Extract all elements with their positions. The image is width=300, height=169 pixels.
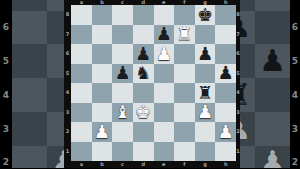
chess-board[interactable]: ♚♟♜♟♟♟♟♞♟♜♝♚♟♟♟ [71, 5, 236, 161]
square-a2 [12, 146, 47, 169]
square-c6[interactable] [112, 44, 133, 64]
square-a4[interactable] [71, 83, 92, 103]
rank-label-6: 6 [236, 44, 240, 64]
file-label-c: c [112, 161, 133, 168]
square-b7[interactable] [92, 25, 113, 45]
square-c4[interactable] [112, 83, 133, 103]
square-f6[interactable] [174, 44, 195, 64]
piece-white-king[interactable]: ♚ [135, 103, 151, 121]
file-labels-bottom: abcdefgh [71, 161, 236, 168]
square-a6 [12, 11, 47, 45]
piece-black-pawn[interactable]: ♟ [156, 25, 172, 43]
piece-white-bishop[interactable]: ♝ [114, 103, 130, 121]
piece-black-pawn[interactable]: ♟ [218, 64, 234, 82]
square-a3 [12, 112, 47, 146]
piece-black-pawn[interactable]: ♟ [197, 45, 213, 63]
rank-label-2: 2 [64, 122, 71, 142]
square-g6[interactable]: ♟ [195, 44, 216, 64]
bg-rank-label-6: 6 [290, 11, 300, 45]
square-d7[interactable] [133, 25, 154, 45]
background-rank-labels-left: 87654321 [0, 0, 12, 168]
square-f4[interactable] [174, 83, 195, 103]
square-d8[interactable] [133, 5, 154, 25]
rank-label-7: 7 [236, 25, 240, 45]
square-h6[interactable] [215, 44, 236, 64]
square-a6[interactable] [71, 44, 92, 64]
square-e5[interactable] [154, 64, 175, 84]
square-c5[interactable]: ♟ [112, 64, 133, 84]
square-b6[interactable] [92, 44, 113, 64]
piece-white-pawn[interactable]: ♟ [197, 103, 213, 121]
rank-label-5: 5 [236, 64, 240, 84]
rank-label-8: 8 [236, 5, 240, 25]
square-b3[interactable] [92, 103, 113, 123]
square-e7[interactable]: ♟ [154, 25, 175, 45]
bg-rank-label-7: 7 [290, 0, 300, 11]
square-f1[interactable] [174, 142, 195, 162]
rank-label-8: 8 [64, 5, 71, 25]
square-f8[interactable] [174, 5, 195, 25]
bg-rank-label-3: 3 [0, 112, 12, 146]
rank-labels-left: 87654321 [64, 5, 71, 161]
square-c2[interactable] [112, 122, 133, 142]
piece-black-pawn[interactable]: ♟ [114, 64, 130, 82]
square-e2[interactable] [154, 122, 175, 142]
bg-rank-label-4: 4 [290, 78, 300, 112]
square-f3[interactable] [174, 103, 195, 123]
piece-white-pawn[interactable]: ♟ [218, 123, 234, 141]
square-d2[interactable] [133, 122, 154, 142]
square-g2[interactable] [195, 122, 216, 142]
square-h7[interactable] [215, 25, 236, 45]
background-rank-labels-right: 87654321 [290, 0, 300, 168]
file-label-b: b [92, 161, 113, 168]
square-a7 [12, 0, 47, 11]
file-label-e: e [154, 161, 175, 168]
piece-black-knight[interactable]: ♞ [135, 64, 151, 82]
rank-label-6: 6 [64, 44, 71, 64]
file-label-f: f [174, 161, 195, 168]
piece-black-pawn[interactable]: ♟ [135, 45, 151, 63]
square-h5: ♟ [255, 44, 290, 78]
square-e4[interactable] [154, 83, 175, 103]
square-a3[interactable] [71, 103, 92, 123]
piece-black-pawn: ♟ [259, 46, 286, 76]
file-label-a: a [71, 161, 92, 168]
bg-rank-label-3: 3 [290, 112, 300, 146]
square-h2[interactable]: ♟ [215, 122, 236, 142]
square-c7[interactable] [112, 25, 133, 45]
bg-rank-label-4: 4 [0, 78, 12, 112]
bg-rank-label-2: 2 [290, 146, 300, 169]
square-d3[interactable]: ♚ [133, 103, 154, 123]
rank-label-3: 3 [236, 103, 240, 123]
bg-rank-label-6: 6 [0, 11, 12, 45]
square-h8[interactable] [215, 5, 236, 25]
square-h2: ♟ [255, 146, 290, 169]
piece-white-rook[interactable]: ♜ [176, 25, 192, 43]
square-e3[interactable] [154, 103, 175, 123]
rank-label-4: 4 [236, 83, 240, 103]
square-g8[interactable]: ♚ [195, 5, 216, 25]
square-h1[interactable] [215, 142, 236, 162]
screen: ♚♟♜♟♟♟♟♞♟♜♝♚♟♟♟ 87654321 87654321 abcdef… [0, 0, 300, 168]
square-b1[interactable] [92, 142, 113, 162]
file-label-d: d [133, 161, 154, 168]
chess-board-frame: abcdefgh abcdefgh 87654321 87654321 ♚♟♜♟… [64, 0, 240, 168]
square-c8[interactable] [112, 5, 133, 25]
file-label-g: g [195, 161, 216, 168]
square-g7[interactable] [195, 25, 216, 45]
piece-white-pawn: ♟ [259, 147, 286, 168]
file-label-h: h [215, 161, 236, 168]
bg-rank-label-7: 7 [0, 0, 12, 11]
square-h4[interactable] [215, 83, 236, 103]
bg-rank-label-5: 5 [290, 44, 300, 78]
square-d4[interactable] [133, 83, 154, 103]
rank-label-2: 2 [236, 122, 240, 142]
square-b2[interactable]: ♟ [92, 122, 113, 142]
rank-labels-right: 87654321 [236, 5, 240, 161]
square-c3[interactable]: ♝ [112, 103, 133, 123]
square-g4[interactable]: ♜ [195, 83, 216, 103]
square-c1[interactable] [112, 142, 133, 162]
square-g3[interactable]: ♟ [195, 103, 216, 123]
square-e6[interactable]: ♟ [154, 44, 175, 64]
square-g5[interactable] [195, 64, 216, 84]
rank-label-5: 5 [64, 64, 71, 84]
square-h3[interactable] [215, 103, 236, 123]
square-a2[interactable] [71, 122, 92, 142]
bg-rank-label-2: 2 [0, 146, 12, 169]
rank-label-1: 1 [236, 142, 240, 162]
square-b4[interactable] [92, 83, 113, 103]
piece-white-pawn[interactable]: ♟ [94, 123, 110, 141]
square-h7 [255, 0, 290, 11]
square-g1[interactable] [195, 142, 216, 162]
square-e1[interactable] [154, 142, 175, 162]
square-h4 [255, 78, 290, 112]
bg-rank-label-5: 5 [0, 44, 12, 78]
square-a8[interactable] [71, 5, 92, 25]
rank-label-4: 4 [64, 83, 71, 103]
square-b5[interactable] [92, 64, 113, 84]
square-h6 [255, 11, 290, 45]
rank-label-3: 3 [64, 103, 71, 123]
square-a1[interactable] [71, 142, 92, 162]
square-a7[interactable] [71, 25, 92, 45]
square-d1[interactable] [133, 142, 154, 162]
square-d5[interactable]: ♞ [133, 64, 154, 84]
square-a5 [12, 44, 47, 78]
square-e8[interactable] [154, 5, 175, 25]
piece-white-pawn[interactable]: ♟ [156, 45, 172, 63]
piece-black-rook[interactable]: ♜ [197, 84, 213, 102]
square-a4 [12, 78, 47, 112]
piece-black-king[interactable]: ♚ [197, 6, 213, 24]
square-d6[interactable]: ♟ [133, 44, 154, 64]
square-f2[interactable] [174, 122, 195, 142]
square-a5[interactable] [71, 64, 92, 84]
square-h5[interactable]: ♟ [215, 64, 236, 84]
rank-label-1: 1 [64, 142, 71, 162]
square-f5[interactable] [174, 64, 195, 84]
square-f7[interactable]: ♜ [174, 25, 195, 45]
square-h3 [255, 112, 290, 146]
square-b8[interactable] [92, 5, 113, 25]
rank-label-7: 7 [64, 25, 71, 45]
